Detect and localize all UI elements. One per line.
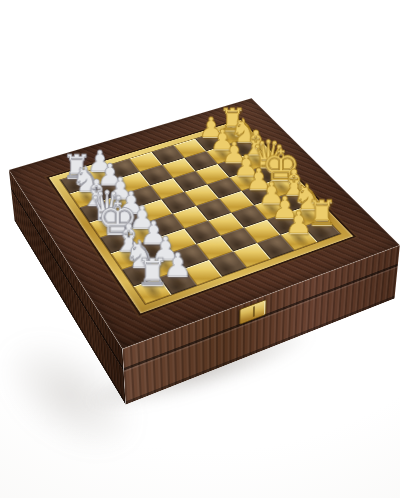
square-e3: [149, 214, 185, 237]
square-g3: [172, 244, 209, 269]
square-f4: [184, 221, 220, 244]
square-e4: [173, 206, 208, 229]
square-h6: [257, 235, 294, 259]
square-h5: [233, 243, 270, 268]
square-g6: [244, 220, 281, 243]
square-f5: [208, 213, 244, 236]
square-g5: [220, 228, 257, 252]
product-photo: ♜♞♝♛♚♝♞♜♟♟♟♟♟♟♟♟♟♟♟♟♟♟♟♟♜♞♝♛♚♝♞♜: [0, 0, 400, 498]
chess-case: ♜♞♝♛♚♝♞♜♟♟♟♟♟♟♟♟♟♟♟♟♟♟♟♟♜♞♝♛♚♝♞♜: [9, 98, 400, 349]
square-f3: [160, 229, 196, 253]
square-h4: [209, 251, 247, 276]
square-h3: [184, 260, 222, 286]
square-f6: [231, 205, 267, 228]
latch: [239, 299, 266, 325]
square-g4: [196, 236, 233, 260]
